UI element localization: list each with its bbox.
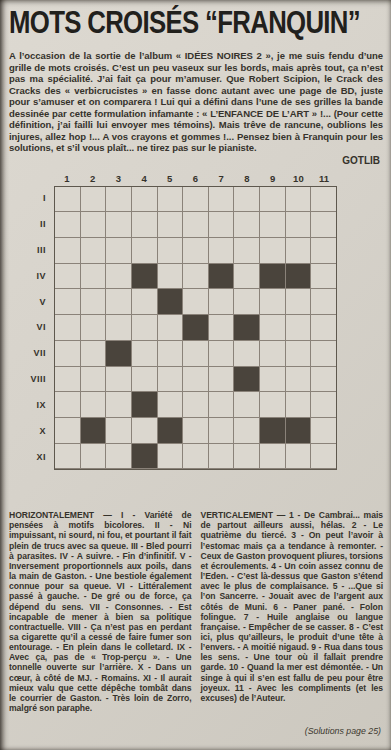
row-label-XI: XI: [9, 444, 54, 470]
row-label-VII: VII: [9, 340, 54, 366]
cell-I-6[interactable]: [183, 187, 208, 212]
cell-VII-8[interactable]: [234, 341, 259, 366]
clues-verticalement-body: — 1 - De Cambrai... mais de partout aill…: [201, 510, 384, 703]
row-label-III: III: [9, 237, 54, 263]
cell-II-10[interactable]: [286, 212, 311, 237]
cell-V-11[interactable]: [311, 289, 336, 314]
cell-VII-2[interactable]: [81, 341, 106, 366]
cell-V-4[interactable]: [132, 289, 157, 314]
cell-I-1[interactable]: [55, 187, 80, 212]
cell-IX-10[interactable]: [286, 392, 311, 417]
cell-III-3[interactable]: [106, 238, 131, 263]
cell-IV-9: [260, 264, 285, 289]
cell-VIII-8: [234, 367, 259, 392]
cell-VI-5[interactable]: [158, 315, 183, 340]
row-label-IV: IV: [9, 263, 54, 289]
cell-IX-3[interactable]: [106, 392, 131, 417]
cell-XI-2[interactable]: [81, 444, 106, 469]
cell-III-10[interactable]: [286, 238, 311, 263]
row-label-I: I: [9, 186, 54, 212]
clues-section: HORIZONTALEMENT — I - Variété de pensées…: [9, 502, 383, 722]
cell-VIII-10[interactable]: [286, 367, 311, 392]
cell-IX-11[interactable]: [311, 392, 336, 417]
cell-V-6[interactable]: [183, 289, 208, 314]
cell-X-11[interactable]: [311, 418, 336, 443]
clues-horizontalement-title: HORIZONTALEMENT: [9, 510, 94, 520]
cell-II-7[interactable]: [209, 212, 234, 237]
col-label-5: 5: [157, 173, 183, 186]
cell-V-2[interactable]: [81, 289, 106, 314]
cell-XI-5[interactable]: [158, 444, 183, 469]
cell-II-2[interactable]: [81, 212, 106, 237]
cell-II-8[interactable]: [234, 212, 259, 237]
cell-VI-4[interactable]: [132, 315, 157, 340]
cell-X-1[interactable]: [55, 418, 80, 443]
cell-VIII-5[interactable]: [158, 367, 183, 392]
cell-X-5: [158, 418, 183, 443]
cell-II-5[interactable]: [158, 212, 183, 237]
cell-X-10: [286, 418, 311, 443]
cell-IV-7: [209, 264, 234, 289]
cell-XI-11[interactable]: [311, 444, 336, 469]
cell-IV-8[interactable]: [234, 264, 259, 289]
cell-IV-3[interactable]: [106, 264, 131, 289]
row-label-II: II: [9, 211, 54, 237]
cell-VI-9[interactable]: [260, 315, 285, 340]
cell-XI-6[interactable]: [183, 444, 208, 469]
cell-VII-10[interactable]: [286, 341, 311, 366]
cell-V-1[interactable]: [55, 289, 80, 314]
cell-III-4[interactable]: [132, 238, 157, 263]
cell-X-2: [81, 418, 106, 443]
cell-XI-7[interactable]: [209, 444, 234, 469]
cell-XI-4: [132, 444, 157, 469]
crossword-area: 1234567891011 IIIIIIIVVVIVIIVIIIIXXXI: [9, 170, 383, 470]
author-byline: GOTLIB: [9, 155, 380, 166]
col-label-2: 2: [80, 173, 106, 186]
clues-horizontalement: HORIZONTALEMENT — I - Variété de pensées…: [9, 510, 192, 713]
cell-II-3[interactable]: [106, 212, 131, 237]
cell-III-7[interactable]: [209, 238, 234, 263]
cell-VII-1[interactable]: [55, 341, 80, 366]
col-label-3: 3: [105, 173, 131, 186]
row-label-IX: IX: [9, 392, 54, 418]
cell-VIII-9[interactable]: [260, 367, 285, 392]
cell-XI-9[interactable]: [260, 444, 285, 469]
cell-VI-11[interactable]: [311, 315, 336, 340]
cell-IX-4: [132, 392, 157, 417]
cell-III-5[interactable]: [158, 238, 183, 263]
cell-I-2[interactable]: [81, 187, 106, 212]
row-label-VIII: VIII: [9, 366, 54, 392]
cell-VI-8: [234, 315, 259, 340]
cell-II-11[interactable]: [311, 212, 336, 237]
cell-VIII-3[interactable]: [106, 367, 131, 392]
cell-VII-3: [106, 341, 131, 366]
cell-VIII-7[interactable]: [209, 367, 234, 392]
page-title: MOTS CROISÉS “FRANQUIN”: [9, 4, 383, 41]
cell-IX-5[interactable]: [158, 392, 183, 417]
cell-IV-10: [286, 264, 311, 289]
cell-II-4[interactable]: [132, 212, 157, 237]
cell-IX-1[interactable]: [55, 392, 80, 417]
cell-IV-1[interactable]: [55, 264, 80, 289]
cell-XI-3[interactable]: [106, 444, 131, 469]
crossword-grid[interactable]: [54, 186, 337, 470]
cell-V-5: [158, 289, 183, 314]
cell-I-10[interactable]: [286, 187, 311, 212]
intro-paragraph: A l’occasion de la sortie de l’album « I…: [9, 50, 383, 154]
cell-XI-10[interactable]: [286, 444, 311, 469]
cell-VIII-1[interactable]: [55, 367, 80, 392]
cell-IX-6[interactable]: [183, 392, 208, 417]
cell-XI-8[interactable]: [234, 444, 259, 469]
cell-IV-6[interactable]: [183, 264, 208, 289]
row-label-X: X: [9, 418, 54, 444]
magazine-page: MOTS CROISÉS “FRANQUIN” A l’occasion de …: [9, 4, 383, 736]
cell-V-10[interactable]: [286, 289, 311, 314]
clues-verticalement-title: VERTICALEMENT: [201, 510, 273, 520]
cell-I-4[interactable]: [132, 187, 157, 212]
clues-verticalement: VERTICALEMENT — 1 - De Cambrai... mais d…: [201, 510, 384, 713]
cell-I-5[interactable]: [158, 187, 183, 212]
cell-X-3[interactable]: [106, 418, 131, 443]
cell-IX-8[interactable]: [234, 392, 259, 417]
cell-III-9[interactable]: [260, 238, 285, 263]
col-label-8: 8: [234, 173, 260, 186]
col-label-11: 11: [311, 173, 337, 186]
col-label-1: 1: [54, 173, 80, 186]
cell-I-8[interactable]: [234, 187, 259, 212]
cell-IX-9[interactable]: [260, 392, 285, 417]
cell-V-7[interactable]: [209, 289, 234, 314]
cell-X-9: [260, 418, 285, 443]
row-labels: IIIIIIIVVVIVIIVIIIIXXXI: [9, 186, 54, 470]
cell-X-4[interactable]: [132, 418, 157, 443]
cell-VI-10[interactable]: [286, 315, 311, 340]
col-label-4: 4: [131, 173, 157, 186]
cell-VII-5[interactable]: [158, 341, 183, 366]
cell-III-2[interactable]: [81, 238, 106, 263]
cell-I-9[interactable]: [260, 187, 285, 212]
cell-VIII-6[interactable]: [183, 367, 208, 392]
cell-IV-5[interactable]: [158, 264, 183, 289]
cell-VI-6: [183, 315, 208, 340]
cell-II-9[interactable]: [260, 212, 285, 237]
cell-II-6[interactable]: [183, 212, 208, 237]
col-label-10: 10: [286, 173, 312, 186]
cell-X-6[interactable]: [183, 418, 208, 443]
col-label-7: 7: [208, 173, 234, 186]
cell-VII-6[interactable]: [183, 341, 208, 366]
cell-VII-7[interactable]: [209, 341, 234, 366]
solutions-note: (Solutions page 25): [9, 726, 383, 736]
cell-IV-2[interactable]: [81, 264, 106, 289]
cell-VII-9[interactable]: [260, 341, 285, 366]
col-label-9: 9: [260, 173, 286, 186]
cell-IX-7[interactable]: [209, 392, 234, 417]
cell-XI-1[interactable]: [55, 444, 80, 469]
cell-VII-11[interactable]: [311, 341, 336, 366]
cell-I-7[interactable]: [209, 187, 234, 212]
cell-VI-7[interactable]: [209, 315, 234, 340]
cell-VI-1[interactable]: [55, 315, 80, 340]
cell-VII-4[interactable]: [132, 341, 157, 366]
cell-X-7[interactable]: [209, 418, 234, 443]
col-label-6: 6: [183, 173, 209, 186]
cell-VIII-2[interactable]: [81, 367, 106, 392]
cell-III-11[interactable]: [311, 238, 336, 263]
cell-VIII-11[interactable]: [311, 367, 336, 392]
cell-IV-11[interactable]: [311, 264, 336, 289]
cell-I-3[interactable]: [106, 187, 131, 212]
cell-I-11[interactable]: [311, 187, 336, 212]
cell-III-6[interactable]: [183, 238, 208, 263]
cell-IV-4: [132, 264, 157, 289]
cell-VI-3[interactable]: [106, 315, 131, 340]
row-label-V: V: [9, 289, 54, 315]
cell-V-9[interactable]: [260, 289, 285, 314]
cell-V-8[interactable]: [234, 289, 259, 314]
cell-VIII-4[interactable]: [132, 367, 157, 392]
column-labels: 1234567891011: [54, 170, 337, 186]
cell-III-1[interactable]: [55, 238, 80, 263]
cell-III-8[interactable]: [234, 238, 259, 263]
clues-horizontalement-body: — I - Variété de pensées à motifs bicolo…: [9, 510, 192, 713]
cell-VI-2[interactable]: [81, 315, 106, 340]
cell-V-3[interactable]: [106, 289, 131, 314]
cell-X-8[interactable]: [234, 418, 259, 443]
cell-II-1[interactable]: [55, 212, 80, 237]
cell-IX-2[interactable]: [81, 392, 106, 417]
row-label-VI: VI: [9, 315, 54, 341]
